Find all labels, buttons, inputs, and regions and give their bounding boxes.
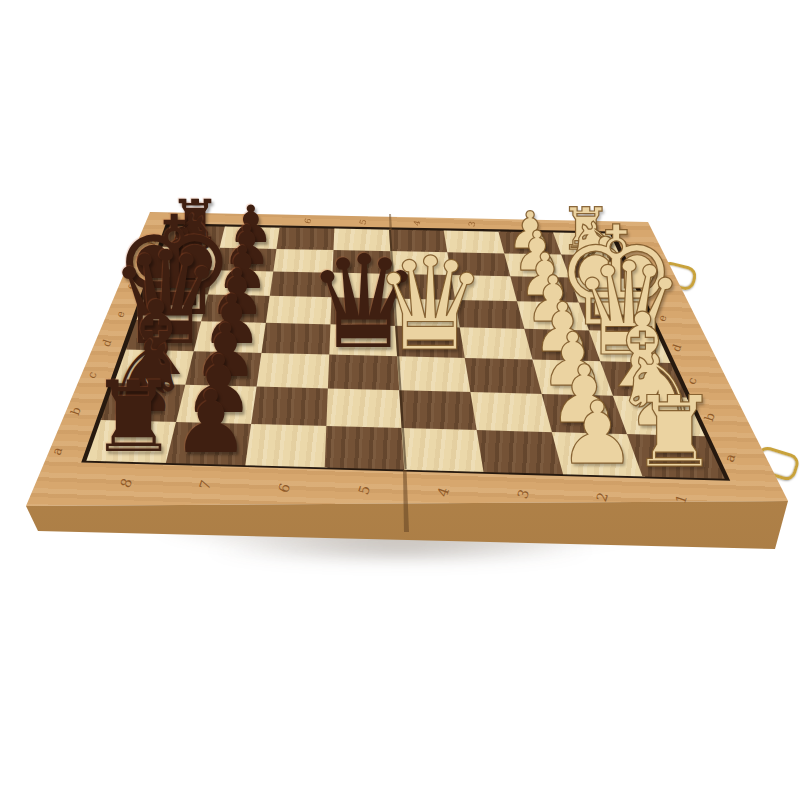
piece-bP-a7: ♟ [172, 379, 250, 466]
piece-wP-a2: ♟ [558, 390, 636, 477]
piece-bR-a8: ♜ [90, 367, 178, 465]
piece-wR-a1: ♜ [631, 383, 719, 481]
piece-wQ-d4: ♛ [372, 240, 488, 369]
pieces-layer: ♜♟♟♜♞♟♟♞♝♟♟♝♚♟♟♚♛♟♛♛♟♛♝♟♟♝♞♟♟♞♜♟♟♜ [0, 0, 800, 800]
chess-set-photo: 8765432187654321abcdefghabcdefgh ♜♟♟♜♞♟♟… [0, 0, 800, 800]
